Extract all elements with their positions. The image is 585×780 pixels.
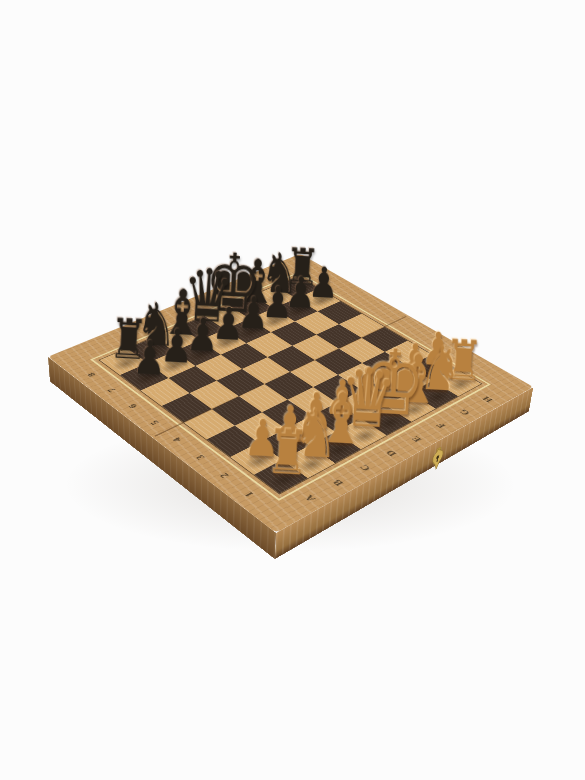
file-label: A xyxy=(295,489,324,508)
product-photo: ♜♞♝♛♚♝♞♜♟♟♟♟♟♟♟♟♟♟♟♟♟♟♟♟♜♞♝♛♚♝♞♜ 8A7B6C5… xyxy=(0,0,585,780)
rank-label: 2 xyxy=(210,467,238,485)
rank-label: 5 xyxy=(141,415,168,431)
file-label: C xyxy=(351,459,379,476)
photo-scene: ♜♞♝♛♚♝♞♜♟♟♟♟♟♟♟♟♟♟♟♟♟♟♟♟♜♞♝♛♚♝♞♜ 8A7B6C5… xyxy=(0,0,585,780)
square-a1[interactable]: ♜ xyxy=(254,460,307,493)
rank-label: 7 xyxy=(98,383,124,398)
chess-board: ♜♞♝♛♚♝♞♜♟♟♟♟♟♟♟♟♟♟♟♟♟♟♟♟♜♞♝♛♚♝♞♜ 8A7B6C5… xyxy=(48,254,533,533)
rank-label: 6 xyxy=(119,399,146,415)
rank-label: 3 xyxy=(186,449,214,466)
rank-label: 1 xyxy=(234,485,263,504)
file-label: F xyxy=(427,418,454,434)
piece-white-rook-a1[interactable]: ♜ xyxy=(246,421,330,482)
file-label: H xyxy=(474,392,500,407)
piece-black-pawn-a7[interactable]: ♟ xyxy=(112,335,187,382)
rank-label: 8 xyxy=(78,368,104,383)
file-label: G xyxy=(451,405,477,420)
rank-label: 4 xyxy=(163,432,190,449)
brass-latch-icon xyxy=(430,444,446,474)
file-label: D xyxy=(377,445,405,462)
file-label: E xyxy=(402,431,429,447)
file-label: B xyxy=(323,474,352,492)
